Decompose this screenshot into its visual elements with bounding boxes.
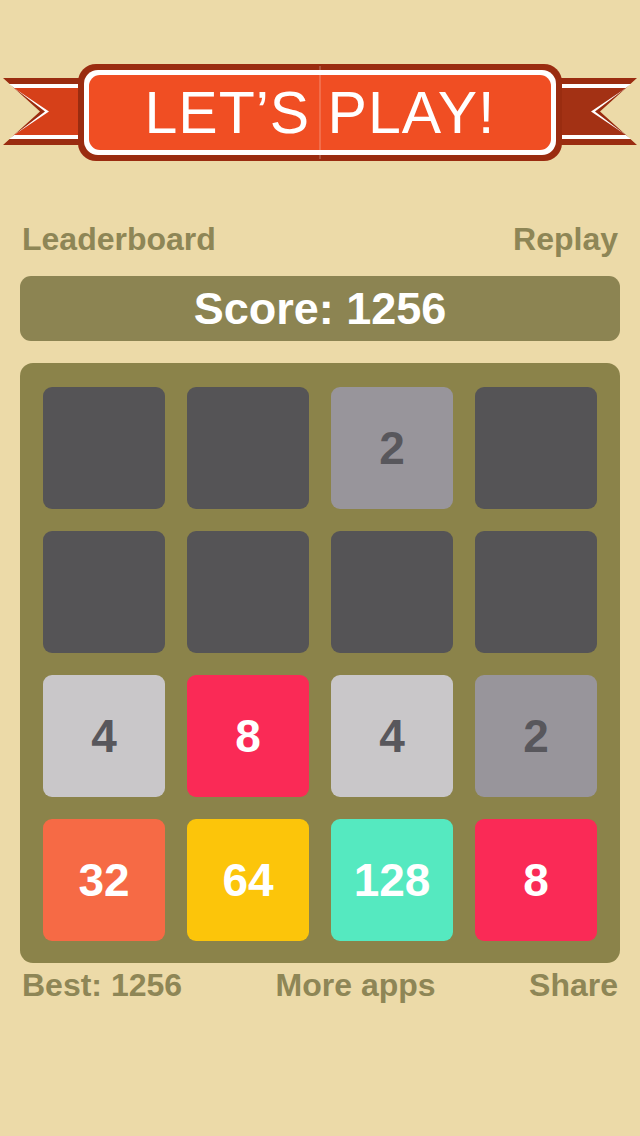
top-nav-row: Leaderboard Replay	[22, 221, 618, 258]
score-bar: Score: 1256	[20, 276, 620, 341]
tile-32: 32	[43, 819, 165, 941]
empty-cell	[187, 531, 309, 653]
tile-128: 128	[331, 819, 453, 941]
more-apps-button[interactable]: More apps	[276, 967, 436, 1004]
empty-cell	[475, 387, 597, 509]
tile-2: 2	[331, 387, 453, 509]
leaderboard-button[interactable]: Leaderboard	[22, 221, 216, 258]
board-grid[interactable]: 2484232641288	[20, 363, 620, 963]
empty-cell	[187, 387, 309, 509]
tile-4: 4	[43, 675, 165, 797]
score-label: Score: 1256	[194, 283, 447, 335]
tile-64: 64	[187, 819, 309, 941]
share-button[interactable]: Share	[529, 967, 618, 1004]
empty-cell	[331, 531, 453, 653]
empty-cell	[43, 387, 165, 509]
tile-8: 8	[187, 675, 309, 797]
best-score-label: Best: 1256	[22, 967, 182, 1004]
tile-4: 4	[331, 675, 453, 797]
empty-cell	[43, 531, 165, 653]
tile-8: 8	[475, 819, 597, 941]
banner-title: LET’S PLAY!	[78, 64, 562, 161]
empty-cell	[475, 531, 597, 653]
footer-row: Best: 1256 More apps Share	[22, 967, 618, 1004]
replay-button[interactable]: Replay	[513, 221, 618, 258]
tile-2: 2	[475, 675, 597, 797]
